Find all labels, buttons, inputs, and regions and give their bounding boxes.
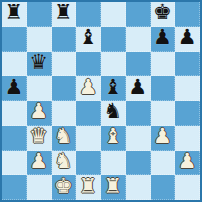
- square-h8[interactable]: [175, 2, 200, 27]
- square-c7[interactable]: [52, 27, 77, 52]
- square-a4[interactable]: [2, 101, 27, 126]
- square-c6[interactable]: [52, 52, 77, 77]
- chess-board: ♜♜♚♝♟♟♛♟♟♝♟♟♞♛♞♝♟♟♞♟♚♜♜: [2, 2, 200, 200]
- square-f1[interactable]: [126, 175, 151, 200]
- piece-black-bishop[interactable]: ♝: [103, 77, 122, 98]
- square-a5[interactable]: ♟: [2, 76, 27, 101]
- square-c4[interactable]: [52, 101, 77, 126]
- square-e6[interactable]: [101, 52, 126, 77]
- square-h3[interactable]: [175, 126, 200, 151]
- square-h4[interactable]: [175, 101, 200, 126]
- square-d6[interactable]: [76, 52, 101, 77]
- piece-black-rook[interactable]: ♜: [54, 2, 73, 23]
- square-b6[interactable]: ♛: [27, 52, 52, 77]
- square-a1[interactable]: [2, 175, 27, 200]
- square-g6[interactable]: [151, 52, 176, 77]
- square-a6[interactable]: [2, 52, 27, 77]
- piece-white-pawn[interactable]: ♟: [29, 151, 48, 172]
- piece-black-pawn[interactable]: ♟: [128, 77, 147, 98]
- square-d2[interactable]: [76, 151, 101, 176]
- square-c2[interactable]: ♞: [52, 151, 77, 176]
- piece-white-knight[interactable]: ♞: [54, 126, 73, 147]
- square-f4[interactable]: [126, 101, 151, 126]
- piece-white-pawn[interactable]: ♟: [178, 151, 197, 172]
- piece-black-knight[interactable]: ♞: [103, 101, 122, 122]
- square-f7[interactable]: [126, 27, 151, 52]
- square-h6[interactable]: [175, 52, 200, 77]
- square-e8[interactable]: [101, 2, 126, 27]
- piece-white-knight[interactable]: ♞: [54, 151, 73, 172]
- square-b8[interactable]: [27, 2, 52, 27]
- square-f5[interactable]: ♟: [126, 76, 151, 101]
- square-d8[interactable]: [76, 2, 101, 27]
- piece-white-queen[interactable]: ♛: [29, 126, 48, 147]
- piece-white-pawn[interactable]: ♟: [79, 77, 98, 98]
- square-h1[interactable]: [175, 175, 200, 200]
- square-g7[interactable]: ♟: [151, 27, 176, 52]
- square-g4[interactable]: [151, 101, 176, 126]
- piece-white-bishop[interactable]: ♝: [103, 126, 122, 147]
- square-f2[interactable]: [126, 151, 151, 176]
- square-d3[interactable]: [76, 126, 101, 151]
- square-g3[interactable]: ♟: [151, 126, 176, 151]
- square-e7[interactable]: [101, 27, 126, 52]
- square-e4[interactable]: ♞: [101, 101, 126, 126]
- square-h2[interactable]: ♟: [175, 151, 200, 176]
- square-g2[interactable]: [151, 151, 176, 176]
- square-b2[interactable]: ♟: [27, 151, 52, 176]
- square-a2[interactable]: [2, 151, 27, 176]
- square-c3[interactable]: ♞: [52, 126, 77, 151]
- piece-black-pawn[interactable]: ♟: [4, 77, 23, 98]
- square-b1[interactable]: [27, 175, 52, 200]
- square-c5[interactable]: [52, 76, 77, 101]
- square-g8[interactable]: ♚: [151, 2, 176, 27]
- piece-white-pawn[interactable]: ♟: [153, 126, 172, 147]
- piece-white-king[interactable]: ♚: [54, 176, 73, 197]
- square-f3[interactable]: [126, 126, 151, 151]
- square-g1[interactable]: [151, 175, 176, 200]
- square-e3[interactable]: ♝: [101, 126, 126, 151]
- piece-white-pawn[interactable]: ♟: [29, 101, 48, 122]
- square-h5[interactable]: [175, 76, 200, 101]
- square-d5[interactable]: ♟: [76, 76, 101, 101]
- square-g5[interactable]: [151, 76, 176, 101]
- square-h7[interactable]: ♟: [175, 27, 200, 52]
- square-e1[interactable]: ♜: [101, 175, 126, 200]
- square-a8[interactable]: ♜: [2, 2, 27, 27]
- piece-black-rook[interactable]: ♜: [4, 2, 23, 23]
- square-e2[interactable]: [101, 151, 126, 176]
- piece-white-rook[interactable]: ♜: [103, 176, 122, 197]
- piece-black-queen[interactable]: ♛: [29, 52, 48, 73]
- square-f6[interactable]: [126, 52, 151, 77]
- piece-black-pawn[interactable]: ♟: [153, 27, 172, 48]
- square-c1[interactable]: ♚: [52, 175, 77, 200]
- board-frame: ♜♜♚♝♟♟♛♟♟♝♟♟♞♛♞♝♟♟♞♟♚♜♜: [0, 0, 202, 202]
- square-b5[interactable]: [27, 76, 52, 101]
- square-b4[interactable]: ♟: [27, 101, 52, 126]
- piece-white-rook[interactable]: ♜: [79, 176, 98, 197]
- square-b3[interactable]: ♛: [27, 126, 52, 151]
- square-c8[interactable]: ♜: [52, 2, 77, 27]
- square-a3[interactable]: [2, 126, 27, 151]
- square-a7[interactable]: [2, 27, 27, 52]
- square-d4[interactable]: [76, 101, 101, 126]
- square-d1[interactable]: ♜: [76, 175, 101, 200]
- piece-black-bishop[interactable]: ♝: [79, 27, 98, 48]
- square-e5[interactable]: ♝: [101, 76, 126, 101]
- square-f8[interactable]: [126, 2, 151, 27]
- square-d7[interactable]: ♝: [76, 27, 101, 52]
- piece-black-king[interactable]: ♚: [153, 2, 172, 23]
- piece-black-pawn[interactable]: ♟: [178, 27, 197, 48]
- square-b7[interactable]: [27, 27, 52, 52]
